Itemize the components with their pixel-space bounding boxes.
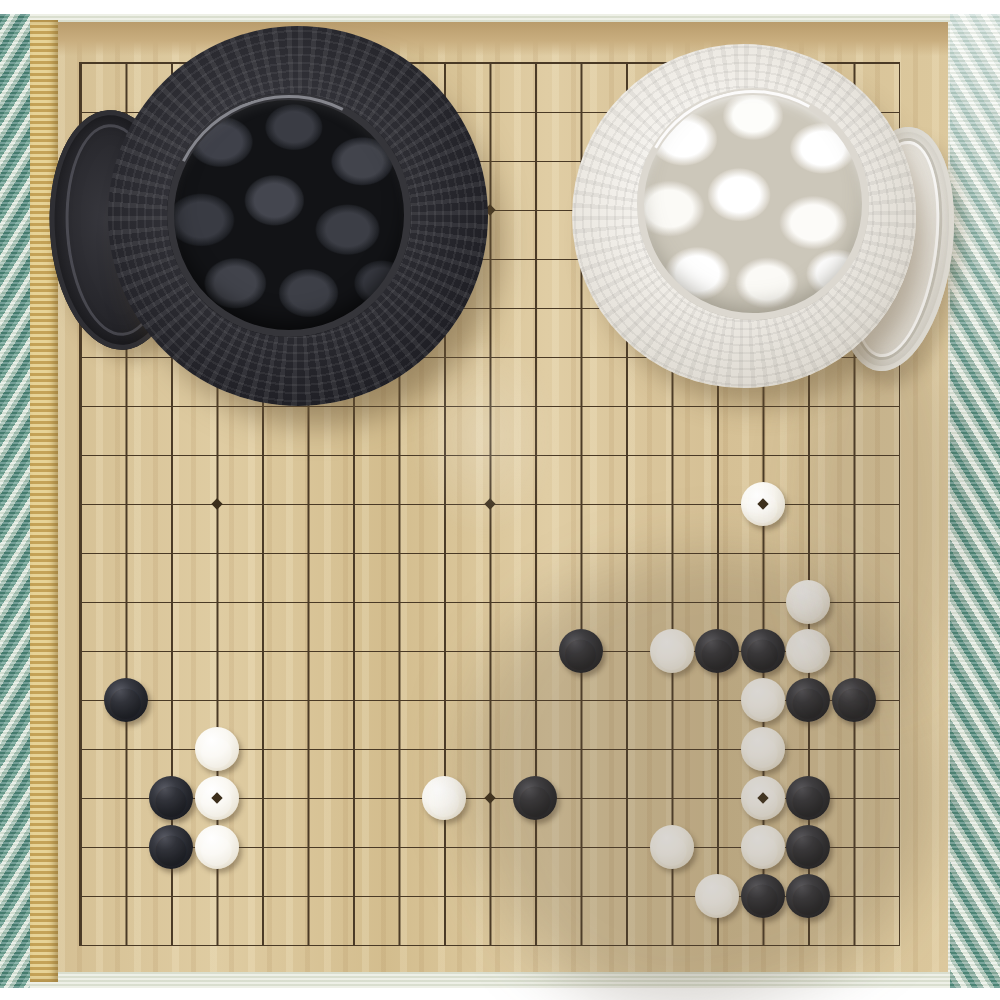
hoshi-dot [211, 498, 222, 509]
black-bowl-stones [167, 93, 411, 337]
photo-frame: ●●●●●●●●●●●●●●●●●●●●●●●●●●● [0, 0, 1000, 1000]
white-stone: ● [195, 727, 239, 771]
white-stone: ● [422, 776, 466, 820]
white-bowl [572, 44, 916, 388]
white-bowl-stones [637, 88, 869, 320]
mat-stripe-band-left [0, 14, 30, 988]
board-fringe [30, 20, 58, 982]
black-bowl [108, 26, 488, 406]
light-reflection [408, 330, 558, 540]
black-stone: ● [104, 678, 148, 722]
black-stone: ● [149, 825, 193, 869]
board-top-edge [58, 22, 948, 56]
white-stone: ● [195, 825, 239, 869]
camera-shadow [800, 320, 960, 700]
black-stone: ● [149, 776, 193, 820]
